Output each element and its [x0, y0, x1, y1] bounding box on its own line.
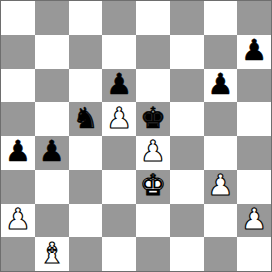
square-f5[interactable]	[170, 102, 204, 136]
square-c3[interactable]	[69, 170, 103, 204]
square-f4[interactable]	[170, 136, 204, 170]
white-bishop: ♝	[39, 239, 65, 268]
square-f8[interactable]	[170, 1, 204, 35]
square-a4[interactable]: ♟	[1, 136, 35, 170]
square-h1[interactable]	[237, 237, 271, 271]
square-e3[interactable]: ♚	[136, 170, 170, 204]
square-d3[interactable]	[102, 170, 136, 204]
square-e8[interactable]	[136, 1, 170, 35]
black-knight: ♞	[72, 104, 98, 133]
square-b5[interactable]	[35, 102, 69, 136]
square-a6[interactable]	[1, 69, 35, 103]
black-pawn: ♟	[106, 70, 132, 99]
square-a3[interactable]	[1, 170, 35, 204]
black-pawn: ♟	[39, 137, 65, 166]
white-pawn: ♟	[140, 137, 166, 166]
black-king: ♚	[140, 104, 166, 133]
square-d5[interactable]: ♟	[102, 102, 136, 136]
square-h8[interactable]	[237, 1, 271, 35]
square-a8[interactable]	[1, 1, 35, 35]
square-e1[interactable]	[136, 237, 170, 271]
square-c7[interactable]	[69, 35, 103, 69]
square-e2[interactable]	[136, 204, 170, 238]
square-f3[interactable]	[170, 170, 204, 204]
square-d1[interactable]	[102, 237, 136, 271]
square-a5[interactable]	[1, 102, 35, 136]
square-h4[interactable]	[237, 136, 271, 170]
square-h6[interactable]	[237, 69, 271, 103]
square-b3[interactable]	[35, 170, 69, 204]
square-h2[interactable]: ♟	[237, 204, 271, 238]
square-g8[interactable]	[204, 1, 238, 35]
square-d7[interactable]	[102, 35, 136, 69]
square-g5[interactable]	[204, 102, 238, 136]
square-a1[interactable]	[1, 237, 35, 271]
white-pawn: ♟	[207, 171, 233, 200]
black-pawn: ♟	[241, 36, 267, 65]
square-d6[interactable]: ♟	[102, 69, 136, 103]
square-c6[interactable]	[69, 69, 103, 103]
chess-board: ♟♟♟♞♟♚♟♟♟♚♟♟♟♝	[0, 0, 272, 272]
square-c5[interactable]: ♞	[69, 102, 103, 136]
square-g6[interactable]: ♟	[204, 69, 238, 103]
square-d4[interactable]	[102, 136, 136, 170]
square-g2[interactable]	[204, 204, 238, 238]
square-b7[interactable]	[35, 35, 69, 69]
square-g1[interactable]	[204, 237, 238, 271]
white-pawn: ♟	[106, 104, 132, 133]
white-pawn: ♟	[5, 205, 31, 234]
white-king: ♚	[140, 171, 166, 200]
square-g7[interactable]	[204, 35, 238, 69]
square-e7[interactable]	[136, 35, 170, 69]
square-b2[interactable]	[35, 204, 69, 238]
square-h7[interactable]: ♟	[237, 35, 271, 69]
square-h3[interactable]	[237, 170, 271, 204]
square-c8[interactable]	[69, 1, 103, 35]
black-pawn: ♟	[207, 70, 233, 99]
square-b4[interactable]: ♟	[35, 136, 69, 170]
square-a7[interactable]	[1, 35, 35, 69]
white-pawn: ♟	[241, 205, 267, 234]
square-b1[interactable]: ♝	[35, 237, 69, 271]
square-a2[interactable]: ♟	[1, 204, 35, 238]
square-b8[interactable]	[35, 1, 69, 35]
square-e5[interactable]: ♚	[136, 102, 170, 136]
square-h5[interactable]	[237, 102, 271, 136]
square-f7[interactable]	[170, 35, 204, 69]
square-b6[interactable]	[35, 69, 69, 103]
square-f6[interactable]	[170, 69, 204, 103]
square-f1[interactable]	[170, 237, 204, 271]
chess-diagram: ♟♟♟♞♟♚♟♟♟♚♟♟♟♝	[0, 0, 272, 272]
black-pawn: ♟	[5, 137, 31, 166]
square-e4[interactable]: ♟	[136, 136, 170, 170]
square-g3[interactable]: ♟	[204, 170, 238, 204]
square-c4[interactable]	[69, 136, 103, 170]
square-f2[interactable]	[170, 204, 204, 238]
square-e6[interactable]	[136, 69, 170, 103]
square-c1[interactable]	[69, 237, 103, 271]
square-d8[interactable]	[102, 1, 136, 35]
square-g4[interactable]	[204, 136, 238, 170]
square-c2[interactable]	[69, 204, 103, 238]
square-d2[interactable]	[102, 204, 136, 238]
